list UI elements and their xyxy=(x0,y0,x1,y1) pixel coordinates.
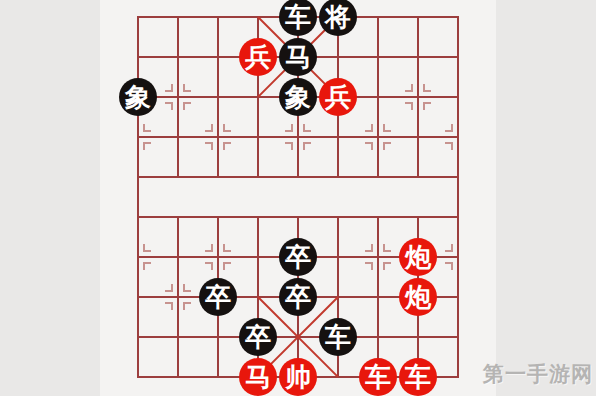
position-marker xyxy=(183,302,191,310)
position-marker xyxy=(383,244,391,252)
piece-red-soldier[interactable]: 兵 xyxy=(239,38,277,76)
position-marker xyxy=(143,244,151,252)
position-marker xyxy=(365,142,373,150)
position-marker xyxy=(445,124,453,132)
piece-red-horse[interactable]: 马 xyxy=(239,358,277,396)
piece-red-chariot[interactable]: 车 xyxy=(359,358,397,396)
position-marker xyxy=(423,102,431,110)
grid-line-vertical xyxy=(377,216,379,378)
position-marker xyxy=(143,142,151,150)
position-marker xyxy=(143,262,151,270)
xiangqi-diagram: 车将兵马象象兵卒炮卒卒炮卒车马帅车车 第一手游网 xyxy=(0,0,596,396)
watermark: 第一手游网 xyxy=(483,360,593,388)
grid-line-vertical xyxy=(177,216,179,378)
position-marker xyxy=(165,84,173,92)
position-marker xyxy=(223,262,231,270)
position-marker xyxy=(205,244,213,252)
piece-red-chariot[interactable]: 车 xyxy=(399,358,437,396)
position-marker xyxy=(423,84,431,92)
grid-line-vertical xyxy=(177,16,179,178)
position-marker xyxy=(383,142,391,150)
piece-black-chariot[interactable]: 车 xyxy=(319,318,357,356)
piece-red-general[interactable]: 帅 xyxy=(279,358,317,396)
piece-black-soldier[interactable]: 卒 xyxy=(199,278,237,316)
piece-red-cannon[interactable]: 炮 xyxy=(399,278,437,316)
position-marker xyxy=(223,244,231,252)
piece-black-soldier[interactable]: 卒 xyxy=(279,238,317,276)
piece-red-soldier[interactable]: 兵 xyxy=(319,78,357,116)
position-marker xyxy=(365,244,373,252)
position-marker xyxy=(165,284,173,292)
grid-line-vertical xyxy=(417,16,419,178)
position-marker xyxy=(205,142,213,150)
position-marker xyxy=(165,102,173,110)
grid-line-vertical xyxy=(217,16,219,178)
position-marker xyxy=(383,262,391,270)
position-marker xyxy=(183,284,191,292)
position-marker xyxy=(405,84,413,92)
piece-black-elephant[interactable]: 象 xyxy=(119,78,157,116)
piece-black-soldier[interactable]: 卒 xyxy=(279,278,317,316)
position-marker xyxy=(383,124,391,132)
piece-red-cannon[interactable]: 炮 xyxy=(399,238,437,276)
position-marker xyxy=(303,124,311,132)
position-marker xyxy=(183,84,191,92)
position-marker xyxy=(365,262,373,270)
grid-line-vertical xyxy=(137,16,139,378)
piece-black-horse[interactable]: 马 xyxy=(279,38,317,76)
grid-line-vertical xyxy=(377,16,379,178)
piece-black-general[interactable]: 将 xyxy=(319,0,357,36)
piece-black-elephant[interactable]: 象 xyxy=(279,78,317,116)
piece-black-soldier[interactable]: 卒 xyxy=(239,318,277,356)
position-marker xyxy=(285,142,293,150)
position-marker xyxy=(445,244,453,252)
position-marker xyxy=(205,262,213,270)
piece-black-chariot[interactable]: 车 xyxy=(279,0,317,36)
position-marker xyxy=(223,124,231,132)
position-marker xyxy=(165,302,173,310)
position-marker xyxy=(223,142,231,150)
position-marker xyxy=(445,262,453,270)
position-marker xyxy=(405,102,413,110)
xiangqi-board[interactable]: 车将兵马象象兵卒炮卒卒炮卒车马帅车车 xyxy=(138,17,458,377)
position-marker xyxy=(445,142,453,150)
position-marker xyxy=(285,124,293,132)
position-marker xyxy=(365,124,373,132)
grid-line-vertical xyxy=(457,16,459,378)
position-marker xyxy=(303,142,311,150)
position-marker xyxy=(143,124,151,132)
position-marker xyxy=(205,124,213,132)
position-marker xyxy=(183,102,191,110)
